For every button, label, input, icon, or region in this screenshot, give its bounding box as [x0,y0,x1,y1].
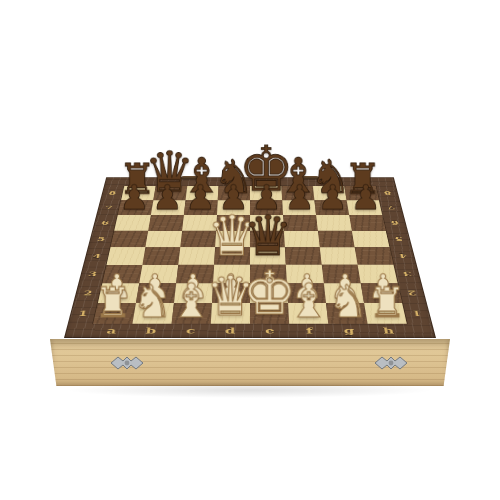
white-knight: ♞ [328,279,368,324]
shadow [65,382,435,398]
rank-label-8: 8 [377,186,398,200]
file-label-e: e [250,326,290,336]
square-a6 [114,215,151,231]
file-label-f: f [289,326,329,336]
square-g7: ♟ [314,200,349,215]
square-h4 [355,247,394,264]
square-e1: ♚ [250,303,289,324]
file-label-a: a [91,326,133,336]
square-h5 [352,231,390,248]
square-b7: ♟ [151,200,186,215]
square-g5 [318,231,355,248]
rank-label-4: 4 [391,247,415,264]
rank-label-2: 2 [399,283,424,303]
rank-label-6: 6 [94,215,116,231]
file-label-d: d [210,326,250,336]
chess-set-photo: 87654321 87654321 abcdefgh ♜♛♝♞♚♝♞♜♟♟♟♟♟… [0,0,500,500]
square-a5 [110,231,148,248]
square-g1: ♞ [326,303,368,324]
rank-label-3: 3 [395,265,420,284]
board-top: 87654321 87654321 abcdefgh ♜♛♝♞♚♝♞♜♟♟♟♟♟… [64,177,436,338]
clasp-icon [110,355,144,374]
board-frame: 87654321 87654321 abcdefgh ♜♛♝♞♚♝♞♜♟♟♟♟♟… [64,177,436,338]
square-g4 [320,247,358,264]
file-label-h: h [368,326,410,336]
square-b4 [142,247,180,264]
white-rook: ♜ [94,283,131,324]
file-label-g: g [329,326,370,336]
file-label-c: c [170,326,210,336]
clasp-icon [374,355,408,374]
file-labels: abcdefgh [90,325,409,337]
rank-label-5: 5 [387,231,410,248]
square-b6 [148,215,184,231]
square-a7: ♟ [118,200,154,215]
white-bishop: ♝ [288,277,330,324]
rank-label-7: 7 [98,200,120,215]
square-h6 [349,215,386,231]
rank-label-1: 1 [404,303,430,324]
rank-label-6: 6 [384,215,406,231]
rank-label-1: 1 [70,303,96,324]
black-pawn: ♟ [152,181,182,215]
square-h1: ♜ [364,303,407,324]
square-b1: ♞ [132,303,174,324]
square-h7: ♟ [347,200,383,215]
file-label-b: b [130,326,171,336]
square-f1: ♝ [288,303,328,324]
rank-label-7: 7 [380,200,402,215]
rank-label-5: 5 [90,231,113,248]
white-knight: ♞ [132,279,172,324]
box-front-panel [50,339,450,386]
square-b5 [145,231,182,248]
rank-label-4: 4 [85,247,109,264]
square-g6 [316,215,352,231]
square-a1: ♜ [93,303,136,324]
square-a4 [107,247,146,264]
black-pawn: ♟ [317,181,347,215]
black-pawn: ♟ [119,181,149,215]
chess-board: ♜♛♝♞♚♝♞♜♟♟♟♟♟♟♟♟♛♛♟♟♟♟♟♟♟♟♜♞♝♛♚♝♞♜ [93,186,407,324]
